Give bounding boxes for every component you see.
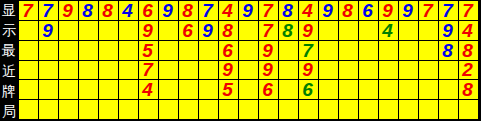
grid-cell-r6c14 <box>279 100 298 119</box>
grid-cell-r3c23: 8 <box>459 41 478 60</box>
grid-cell-r1c3: 9 <box>59 1 78 20</box>
grid-cell-r6c3 <box>59 100 78 119</box>
grid-cell-r6c4 <box>79 100 98 119</box>
grid-cell-r3c9 <box>179 41 198 60</box>
grid-cell-r4c20 <box>399 61 418 80</box>
grid-cell-r5c9 <box>179 80 198 99</box>
grid-cell-r4c23: 2 <box>459 61 478 80</box>
grid-cell-r4c1 <box>19 61 38 80</box>
grid-cell-r6c10 <box>199 100 218 119</box>
grid-cell-r5c23: 8 <box>459 80 478 99</box>
grid-cell-r5c5 <box>99 80 118 99</box>
grid-cell-r3c15: 7 <box>299 41 318 60</box>
board-title-vertical: 显示最近牌局 <box>0 0 18 121</box>
grid-cell-r1c23: 7 <box>459 1 478 20</box>
grid-cell-r2c7: 9 <box>139 21 158 40</box>
grid-cell-r4c9 <box>179 61 198 80</box>
title-char-5: 牌 <box>0 81 18 101</box>
grid-cell-r1c10: 7 <box>199 1 218 20</box>
grid-cell-r3c10 <box>199 41 218 60</box>
grid-cell-r5c13: 6 <box>259 80 278 99</box>
grid-cell-r1c12: 9 <box>239 1 258 20</box>
grid-cell-r6c2 <box>39 100 58 119</box>
grid-cell-r3c19 <box>379 41 398 60</box>
title-char-1: 显 <box>0 0 18 20</box>
grid-cell-r4c8 <box>159 61 178 80</box>
grid-cell-r1c16: 9 <box>319 1 338 20</box>
grid-cell-r3c7: 5 <box>139 41 158 60</box>
grid-cell-r1c1: 7 <box>19 1 38 20</box>
grid-cell-r3c11: 6 <box>219 41 238 60</box>
grid-cell-r2c22: 9 <box>439 21 458 40</box>
grid-cell-r2c6 <box>119 21 138 40</box>
grid-cell-r4c13: 9 <box>259 61 278 80</box>
grid-cell-r6c13 <box>259 100 278 119</box>
grid-cell-r6c11 <box>219 100 238 119</box>
grid-cell-r6c21 <box>419 100 438 119</box>
grid-cell-r1c15: 4 <box>299 1 318 20</box>
grid-cell-r3c18 <box>359 41 378 60</box>
grid-cell-r2c8 <box>159 21 178 40</box>
grid-cell-r1c4: 8 <box>79 1 98 20</box>
grid-cell-r1c6: 4 <box>119 1 138 20</box>
grid-cell-r1c7: 6 <box>139 1 158 20</box>
grid-cell-r3c20 <box>399 41 418 60</box>
grid-cell-r5c10 <box>199 80 218 99</box>
grid-cell-r2c16 <box>319 21 338 40</box>
grid-cell-r2c15: 9 <box>299 21 318 40</box>
title-char-3: 最 <box>0 40 18 60</box>
grid-cell-r6c18 <box>359 100 378 119</box>
title-char-4: 近 <box>0 61 18 81</box>
grid-cell-r1c17: 8 <box>339 1 358 20</box>
grid-cell-r1c11: 4 <box>219 1 238 20</box>
title-char-6: 局 <box>0 101 18 121</box>
grid-cell-r2c13: 7 <box>259 21 278 40</box>
grid-cell-r5c1 <box>19 80 38 99</box>
grid-cell-r3c17 <box>339 41 358 60</box>
grid-cell-r5c4 <box>79 80 98 99</box>
grid-cell-r2c5 <box>99 21 118 40</box>
history-grid: 7798846987497849869977799698789494569788… <box>18 0 481 121</box>
grid-cell-r3c22: 8 <box>439 41 458 60</box>
grid-cell-r2c23: 4 <box>459 21 478 40</box>
title-char-2: 示 <box>0 20 18 40</box>
grid-cell-r2c11: 8 <box>219 21 238 40</box>
grid-cell-r5c8 <box>159 80 178 99</box>
grid-cell-r6c8 <box>159 100 178 119</box>
grid-cell-r4c4 <box>79 61 98 80</box>
grid-cell-r5c21 <box>419 80 438 99</box>
grid-cell-r3c8 <box>159 41 178 60</box>
grid-cell-r1c13: 7 <box>259 1 278 20</box>
grid-cell-r3c5 <box>99 41 118 60</box>
grid-cell-r4c16 <box>319 61 338 80</box>
grid-cell-r6c6 <box>119 100 138 119</box>
grid-cell-r2c17 <box>339 21 358 40</box>
grid-cell-r2c10: 9 <box>199 21 218 40</box>
grid-cell-r4c2 <box>39 61 58 80</box>
grid-cell-r5c20 <box>399 80 418 99</box>
grid-cell-r3c14 <box>279 41 298 60</box>
grid-cell-r6c1 <box>19 100 38 119</box>
grid-cell-r5c18 <box>359 80 378 99</box>
grid-cell-r2c18 <box>359 21 378 40</box>
grid-cell-r4c14 <box>279 61 298 80</box>
grid-cell-r4c17 <box>339 61 358 80</box>
grid-cell-r5c7: 4 <box>139 80 158 99</box>
grid-cell-r3c13: 9 <box>259 41 278 60</box>
grid-cell-r3c6 <box>119 41 138 60</box>
grid-cell-r6c22 <box>439 100 458 119</box>
grid-cell-r1c2: 7 <box>39 1 58 20</box>
grid-cell-r4c3 <box>59 61 78 80</box>
grid-cell-r1c5: 8 <box>99 1 118 20</box>
grid-cell-r2c1 <box>19 21 38 40</box>
grid-cell-r5c14 <box>279 80 298 99</box>
grid-cell-r6c17 <box>339 100 358 119</box>
grid-cell-r6c12 <box>239 100 258 119</box>
grid-cell-r2c3 <box>59 21 78 40</box>
grid-cell-r5c16 <box>319 80 338 99</box>
grid-cell-r4c11: 9 <box>219 61 238 80</box>
grid-cell-r2c12 <box>239 21 258 40</box>
grid-cell-r5c12 <box>239 80 258 99</box>
grid-cell-r4c22 <box>439 61 458 80</box>
grid-cell-r6c16 <box>319 100 338 119</box>
grid-cell-r4c5 <box>99 61 118 80</box>
grid-cell-r1c18: 6 <box>359 1 378 20</box>
grid-cell-r6c19 <box>379 100 398 119</box>
grid-cell-r3c3 <box>59 41 78 60</box>
grid-cell-r2c2: 9 <box>39 21 58 40</box>
grid-cell-r3c4 <box>79 41 98 60</box>
grid-cell-r3c12 <box>239 41 258 60</box>
grid-cell-r2c21 <box>419 21 438 40</box>
grid-cell-r4c10 <box>199 61 218 80</box>
grid-cell-r1c19: 9 <box>379 1 398 20</box>
grid-cell-r5c19 <box>379 80 398 99</box>
grid-cell-r4c6 <box>119 61 138 80</box>
grid-cell-r5c3 <box>59 80 78 99</box>
grid-cell-r6c7 <box>139 100 158 119</box>
grid-cell-r3c16 <box>319 41 338 60</box>
grid-cell-r5c11: 5 <box>219 80 238 99</box>
grid-cell-r2c9: 6 <box>179 21 198 40</box>
grid-cell-r6c23 <box>459 100 478 119</box>
recent-games-board: 显示最近牌局 779884698749784986997779969878949… <box>0 0 481 121</box>
grid-cell-r2c14: 8 <box>279 21 298 40</box>
grid-cell-r5c22 <box>439 80 458 99</box>
grid-cell-r1c9: 8 <box>179 1 198 20</box>
grid-cell-r6c9 <box>179 100 198 119</box>
grid-cell-r1c20: 9 <box>399 1 418 20</box>
grid-cell-r4c21 <box>419 61 438 80</box>
grid-cell-r2c19: 4 <box>379 21 398 40</box>
grid-cell-r2c4 <box>79 21 98 40</box>
grid-cell-r3c2 <box>39 41 58 60</box>
grid-cell-r4c12 <box>239 61 258 80</box>
grid-cell-r2c20 <box>399 21 418 40</box>
grid-cell-r3c21 <box>419 41 438 60</box>
grid-cell-r1c22: 7 <box>439 1 458 20</box>
grid-cell-r5c17 <box>339 80 358 99</box>
grid-cell-r4c7: 7 <box>139 61 158 80</box>
grid-cell-r4c19 <box>379 61 398 80</box>
grid-cell-r4c18 <box>359 61 378 80</box>
grid-cell-r1c21: 7 <box>419 1 438 20</box>
grid-cell-r5c6 <box>119 80 138 99</box>
grid-cell-r5c2 <box>39 80 58 99</box>
grid-cell-r6c5 <box>99 100 118 119</box>
grid-cell-r4c15: 9 <box>299 61 318 80</box>
grid-cell-r3c1 <box>19 41 38 60</box>
grid-cell-r1c14: 8 <box>279 1 298 20</box>
grid-cell-r1c8: 9 <box>159 1 178 20</box>
grid-cell-r6c15 <box>299 100 318 119</box>
grid-cell-r5c15: 6 <box>299 80 318 99</box>
grid-cell-r6c20 <box>399 100 418 119</box>
